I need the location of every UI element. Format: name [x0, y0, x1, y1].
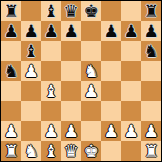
white-rook-icon: ♜ [143, 141, 158, 161]
square-a3[interactable] [1, 101, 21, 121]
square-c6[interactable] [41, 41, 61, 61]
black-rook-icon: ♜ [143, 1, 158, 21]
square-a7[interactable]: ♟ [1, 21, 21, 41]
black-king-icon: ♚ [83, 1, 98, 21]
square-e2[interactable] [81, 121, 101, 141]
white-bishop-icon: ♝ [43, 81, 58, 101]
square-h6[interactable]: ♞ [141, 41, 161, 61]
square-g8[interactable] [121, 1, 141, 21]
square-c8[interactable]: ♝ [41, 1, 61, 21]
square-b5[interactable]: ♟ [21, 61, 41, 81]
white-queen-icon: ♛ [63, 141, 78, 161]
white-pawn-icon: ♟ [43, 121, 58, 141]
square-g3[interactable] [121, 101, 141, 121]
square-c2[interactable]: ♟ [41, 121, 61, 141]
black-rook-icon: ♜ [3, 1, 18, 21]
square-g7[interactable]: ♟ [121, 21, 141, 41]
black-bishop-icon: ♝ [43, 1, 58, 21]
black-pawn-icon: ♟ [43, 21, 58, 41]
square-a1[interactable]: ♜ [1, 141, 21, 161]
square-f1[interactable] [101, 141, 121, 161]
white-pawn-icon: ♟ [3, 121, 18, 141]
white-pawn-icon: ♟ [63, 121, 78, 141]
square-d6[interactable] [61, 41, 81, 61]
square-f7[interactable]: ♟ [101, 21, 121, 41]
square-c7[interactable]: ♟ [41, 21, 61, 41]
square-h8[interactable]: ♜ [141, 1, 161, 21]
square-a8[interactable]: ♜ [1, 1, 21, 21]
black-pawn-icon: ♟ [123, 21, 138, 41]
white-bishop-icon: ♝ [43, 141, 58, 161]
square-e8[interactable]: ♚ [81, 1, 101, 21]
square-e4[interactable]: ♟ [81, 81, 101, 101]
square-c5[interactable] [41, 61, 61, 81]
square-d8[interactable]: ♛ [61, 1, 81, 21]
white-knight-icon: ♞ [83, 61, 98, 81]
square-g5[interactable] [121, 61, 141, 81]
black-bishop-icon: ♝ [23, 41, 38, 61]
black-pawn-icon: ♟ [103, 21, 118, 41]
square-b3[interactable] [21, 101, 41, 121]
square-e7[interactable] [81, 21, 101, 41]
chess-board: ♜♝♛♚♜♟♟♟♟♟♟♟♝♞♞♟♞♝♟♟♟♟♟♟♟♜♞♝♛♚♜ [0, 0, 162, 162]
square-c3[interactable] [41, 101, 61, 121]
square-e1[interactable]: ♚ [81, 141, 101, 161]
black-pawn-icon: ♟ [23, 21, 38, 41]
square-b8[interactable] [21, 1, 41, 21]
square-h4[interactable] [141, 81, 161, 101]
square-e5[interactable]: ♞ [81, 61, 101, 81]
square-h3[interactable] [141, 101, 161, 121]
square-c1[interactable]: ♝ [41, 141, 61, 161]
square-a5[interactable]: ♞ [1, 61, 21, 81]
square-e3[interactable] [81, 101, 101, 121]
square-h7[interactable]: ♟ [141, 21, 161, 41]
white-pawn-icon: ♟ [83, 81, 98, 101]
square-b1[interactable]: ♞ [21, 141, 41, 161]
white-rook-icon: ♜ [3, 141, 18, 161]
square-f8[interactable] [101, 1, 121, 21]
square-b2[interactable] [21, 121, 41, 141]
square-f5[interactable] [101, 61, 121, 81]
white-pawn-icon: ♟ [143, 121, 158, 141]
black-queen-icon: ♛ [63, 1, 78, 21]
square-e6[interactable] [81, 41, 101, 61]
square-f3[interactable] [101, 101, 121, 121]
square-d3[interactable] [61, 101, 81, 121]
square-f2[interactable]: ♟ [101, 121, 121, 141]
square-g4[interactable] [121, 81, 141, 101]
square-g2[interactable]: ♟ [121, 121, 141, 141]
square-a2[interactable]: ♟ [1, 121, 21, 141]
white-pawn-icon: ♟ [23, 61, 38, 81]
black-pawn-icon: ♟ [143, 21, 158, 41]
square-d2[interactable]: ♟ [61, 121, 81, 141]
white-pawn-icon: ♟ [123, 121, 138, 141]
square-d4[interactable] [61, 81, 81, 101]
square-f4[interactable] [101, 81, 121, 101]
black-knight-icon: ♞ [143, 41, 158, 61]
square-h1[interactable]: ♜ [141, 141, 161, 161]
square-a4[interactable] [1, 81, 21, 101]
square-c4[interactable]: ♝ [41, 81, 61, 101]
square-d5[interactable] [61, 61, 81, 81]
square-b6[interactable]: ♝ [21, 41, 41, 61]
square-b7[interactable]: ♟ [21, 21, 41, 41]
square-h2[interactable]: ♟ [141, 121, 161, 141]
square-a6[interactable] [1, 41, 21, 61]
square-g1[interactable] [121, 141, 141, 161]
black-pawn-icon: ♟ [3, 21, 18, 41]
white-pawn-icon: ♟ [103, 121, 118, 141]
square-d7[interactable]: ♟ [61, 21, 81, 41]
square-f6[interactable] [101, 41, 121, 61]
square-b4[interactable] [21, 81, 41, 101]
white-knight-icon: ♞ [23, 141, 38, 161]
square-h5[interactable] [141, 61, 161, 81]
black-knight-icon: ♞ [3, 61, 18, 81]
square-d1[interactable]: ♛ [61, 141, 81, 161]
black-pawn-icon: ♟ [63, 21, 78, 41]
square-g6[interactable] [121, 41, 141, 61]
white-king-icon: ♚ [83, 141, 98, 161]
